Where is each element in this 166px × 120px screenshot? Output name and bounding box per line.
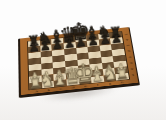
- square-c7[interactable]: ♟: [52, 44, 64, 51]
- piece-white-knight[interactable]: ♞: [101, 64, 118, 83]
- square-a7[interactable]: ♟: [28, 46, 40, 53]
- square-g1[interactable]: ♞: [103, 74, 116, 82]
- chess-board: ♜♞♝♛♚♝♞♜♟♟♟♟♟♟♟♟♟♟♟♟♟♟♟♟♜♞♝♛♚♝♞♜ abcdefg…: [18, 27, 140, 98]
- piece-black-pawn[interactable]: ♟: [51, 38, 63, 51]
- square-b7[interactable]: ♟: [40, 45, 52, 52]
- board-squares-grid: ♜♞♝♛♚♝♞♜♟♟♟♟♟♟♟♟♟♟♟♟♟♟♟♟♜♞♝♛♚♝♞♜: [27, 31, 130, 90]
- square-d7[interactable]: ♟: [63, 42, 75, 49]
- piece-black-pawn[interactable]: ♟: [99, 33, 111, 46]
- piece-black-pawn[interactable]: ♟: [87, 34, 99, 47]
- square-h7[interactable]: ♟: [110, 37, 123, 44]
- square-e1[interactable]: ♚: [79, 77, 92, 85]
- piece-black-pawn[interactable]: ♟: [110, 32, 122, 45]
- board-scene: ♜♞♝♛♚♝♞♜♟♟♟♟♟♟♟♟♟♟♟♟♟♟♟♟♜♞♝♛♚♝♞♜ abcdefg…: [10, 23, 158, 120]
- square-f7[interactable]: ♟: [87, 40, 99, 47]
- piece-black-pawn[interactable]: ♟: [63, 37, 75, 50]
- piece-black-pawn[interactable]: ♟: [39, 39, 51, 52]
- square-e7[interactable]: ♟: [75, 41, 87, 48]
- piece-black-pawn[interactable]: ♟: [28, 41, 40, 54]
- rank-label-1: 1: [130, 72, 136, 79]
- square-g7[interactable]: ♟: [99, 39, 112, 46]
- piece-black-pawn[interactable]: ♟: [75, 36, 87, 49]
- chess-set-photo: ♜♞♝♛♚♝♞♜♟♟♟♟♟♟♟♟♟♟♟♟♟♟♟♟♜♞♝♛♚♝♞♜ abcdefg…: [0, 0, 166, 120]
- piece-white-king[interactable]: ♚: [72, 60, 97, 87]
